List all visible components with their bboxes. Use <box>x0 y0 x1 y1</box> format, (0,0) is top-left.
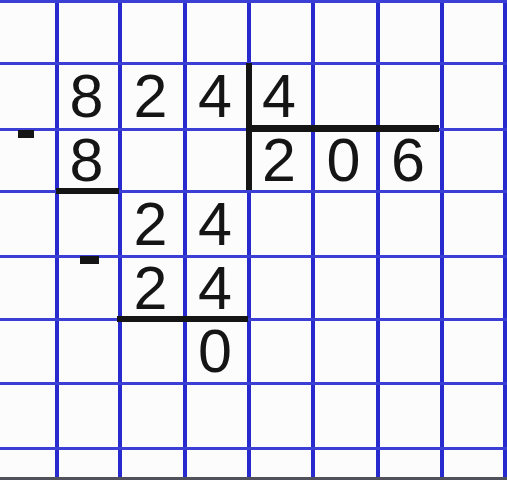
grid-horizontal-line <box>0 447 507 450</box>
grid-vertical-line <box>311 0 315 480</box>
subtraction-underline-2 <box>117 316 248 322</box>
digit-cell: 4 <box>183 190 247 255</box>
grid-horizontal-line <box>0 382 507 385</box>
grid-vertical-line <box>503 0 507 480</box>
digit-cell: 2 <box>118 255 183 318</box>
grid-vertical-line <box>440 0 444 480</box>
division-bracket-overbar <box>246 125 439 132</box>
grid-vertical-line <box>376 0 380 480</box>
grid-horizontal-line <box>0 255 507 258</box>
digit-cell: 4 <box>183 255 247 318</box>
digit-cell: 2 <box>247 128 311 190</box>
minus-sign-1 <box>18 130 34 138</box>
subtraction-underline-1 <box>56 188 119 194</box>
digit-cell: 6 <box>376 128 440 190</box>
minus-sign-2 <box>80 256 99 264</box>
digit-cell: 4 <box>247 62 311 128</box>
digit-cell: 8 <box>55 62 118 128</box>
digit-cell: 8 <box>55 128 118 190</box>
grid-horizontal-line <box>0 318 507 321</box>
digit-cell: 0 <box>311 128 376 190</box>
digit-cell: 0 <box>183 318 247 382</box>
digit-cell: 2 <box>118 62 183 128</box>
digit-cell: 4 <box>183 62 247 128</box>
grid-horizontal-line <box>0 0 507 3</box>
digit-cell: 2 <box>118 190 183 255</box>
squared-paper-worksheet: 8244820624240 <box>0 0 507 480</box>
